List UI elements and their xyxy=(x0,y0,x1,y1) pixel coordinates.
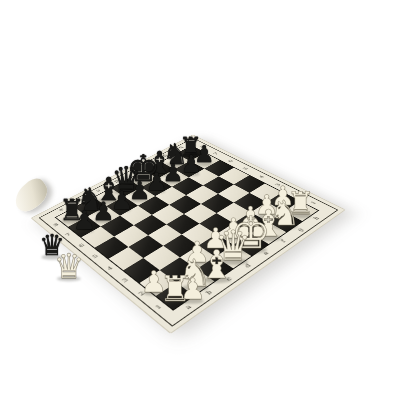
pieces-layer: ♜♞♝♛♚♝♞♜♟♟♟♟♟♟♟♟♟♟♟♟♟♟♟♟♜♞♝♛♚♝♞♜♛♛ xyxy=(0,0,416,416)
white-rook-a1[interactable]: ♜ xyxy=(159,271,191,306)
black-pawn-a7[interactable]: ♟ xyxy=(73,209,96,235)
extra-white-queen[interactable]: ♛ xyxy=(54,249,84,283)
chess-set-photo: abcdefgh abcdefgh 87654321 87654321 ♜♞♝♛… xyxy=(0,0,416,416)
